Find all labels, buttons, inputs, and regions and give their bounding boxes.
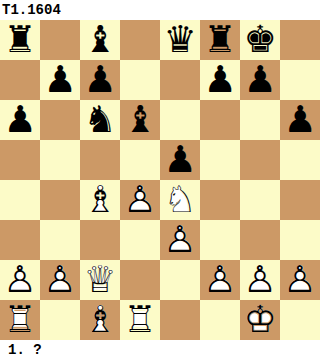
white-bishop-piece-fill: ♝	[80, 180, 120, 220]
square-a2[interactable]: ♟♙	[0, 260, 40, 300]
white-rook-piece: ♖	[120, 300, 160, 340]
square-d7[interactable]	[120, 60, 160, 100]
square-f2[interactable]: ♟♙	[200, 260, 240, 300]
square-g8[interactable]: ♚	[240, 20, 280, 60]
square-d5[interactable]	[120, 140, 160, 180]
white-queen-piece-fill: ♛	[80, 260, 120, 300]
white-pawn-piece-fill: ♟	[200, 260, 240, 300]
square-b2[interactable]: ♟♙	[40, 260, 80, 300]
white-pawn-piece: ♙	[200, 260, 240, 300]
square-h2[interactable]: ♟♙	[280, 260, 320, 300]
square-e1[interactable]	[160, 300, 200, 340]
square-f8[interactable]: ♜	[200, 20, 240, 60]
square-a4[interactable]	[0, 180, 40, 220]
black-rook-piece: ♜	[0, 20, 40, 60]
square-a3[interactable]	[0, 220, 40, 260]
square-b3[interactable]	[40, 220, 80, 260]
square-g6[interactable]	[240, 100, 280, 140]
square-e8[interactable]: ♛	[160, 20, 200, 60]
square-d1[interactable]: ♜♖	[120, 300, 160, 340]
square-e7[interactable]	[160, 60, 200, 100]
white-pawn-piece-fill: ♟	[0, 260, 40, 300]
white-rook-piece: ♖	[0, 300, 40, 340]
square-e3[interactable]: ♟♙	[160, 220, 200, 260]
black-pawn-piece: ♟	[0, 100, 40, 140]
white-pawn-piece: ♙	[160, 220, 200, 260]
white-king-piece: ♔	[240, 300, 280, 340]
white-pawn-piece: ♙	[120, 180, 160, 220]
black-pawn-piece: ♟	[40, 60, 80, 100]
white-pawn-piece-fill: ♟	[280, 260, 320, 300]
square-a6[interactable]: ♟	[0, 100, 40, 140]
square-c5[interactable]	[80, 140, 120, 180]
black-pawn-piece: ♟	[280, 100, 320, 140]
square-g5[interactable]	[240, 140, 280, 180]
square-b1[interactable]	[40, 300, 80, 340]
square-h8[interactable]	[280, 20, 320, 60]
white-pawn-piece: ♙	[40, 260, 80, 300]
white-pawn-piece-fill: ♟	[160, 220, 200, 260]
square-h3[interactable]	[280, 220, 320, 260]
square-b4[interactable]	[40, 180, 80, 220]
square-h5[interactable]	[280, 140, 320, 180]
black-king-piece: ♚	[240, 20, 280, 60]
square-c6[interactable]: ♞	[80, 100, 120, 140]
square-g1[interactable]: ♚♔	[240, 300, 280, 340]
square-d8[interactable]	[120, 20, 160, 60]
square-f7[interactable]: ♟	[200, 60, 240, 100]
square-f6[interactable]	[200, 100, 240, 140]
square-c1[interactable]: ♝♗	[80, 300, 120, 340]
square-e2[interactable]	[160, 260, 200, 300]
white-pawn-piece-fill: ♟	[240, 260, 280, 300]
white-pawn-piece: ♙	[280, 260, 320, 300]
white-bishop-piece-fill: ♝	[80, 300, 120, 340]
square-b8[interactable]	[40, 20, 80, 60]
square-d6[interactable]: ♝	[120, 100, 160, 140]
square-c2[interactable]: ♛♕	[80, 260, 120, 300]
black-knight-piece: ♞	[80, 100, 120, 140]
black-pawn-piece: ♟	[200, 60, 240, 100]
square-h1[interactable]	[280, 300, 320, 340]
square-f5[interactable]	[200, 140, 240, 180]
white-knight-piece: ♘	[160, 180, 200, 220]
black-pawn-piece: ♟	[240, 60, 280, 100]
square-e4[interactable]: ♞♘	[160, 180, 200, 220]
white-knight-piece-fill: ♞	[160, 180, 200, 220]
square-h4[interactable]	[280, 180, 320, 220]
status-bar: 1. ?	[0, 340, 320, 360]
position-title: T1.1604	[2, 2, 61, 18]
black-pawn-piece: ♟	[80, 60, 120, 100]
square-c3[interactable]	[80, 220, 120, 260]
white-pawn-piece: ♙	[0, 260, 40, 300]
square-f3[interactable]	[200, 220, 240, 260]
square-g2[interactable]: ♟♙	[240, 260, 280, 300]
black-bishop-piece: ♝	[80, 20, 120, 60]
square-a5[interactable]	[0, 140, 40, 180]
chess-board: ♜♝♛♜♚♟♟♟♟♟♞♝♟♟♝♗♟♙♞♘♟♙♟♙♟♙♛♕♟♙♟♙♟♙♜♖♝♗♜♖…	[0, 20, 320, 340]
square-d2[interactable]	[120, 260, 160, 300]
square-h7[interactable]	[280, 60, 320, 100]
square-h6[interactable]: ♟	[280, 100, 320, 140]
square-f4[interactable]	[200, 180, 240, 220]
square-g7[interactable]: ♟	[240, 60, 280, 100]
white-pawn-piece-fill: ♟	[120, 180, 160, 220]
square-c8[interactable]: ♝	[80, 20, 120, 60]
square-b7[interactable]: ♟	[40, 60, 80, 100]
square-c7[interactable]: ♟	[80, 60, 120, 100]
square-d3[interactable]	[120, 220, 160, 260]
square-d4[interactable]: ♟♙	[120, 180, 160, 220]
white-bishop-piece: ♗	[80, 180, 120, 220]
title-bar: T1.1604	[0, 0, 320, 20]
white-king-piece-fill: ♚	[240, 300, 280, 340]
square-g3[interactable]	[240, 220, 280, 260]
square-b6[interactable]	[40, 100, 80, 140]
square-e5[interactable]: ♟	[160, 140, 200, 180]
move-prompt: 1. ?	[8, 342, 42, 358]
black-bishop-piece: ♝	[120, 100, 160, 140]
black-queen-piece: ♛	[160, 20, 200, 60]
white-queen-piece: ♕	[80, 260, 120, 300]
white-bishop-piece: ♗	[80, 300, 120, 340]
white-rook-piece-fill: ♜	[0, 300, 40, 340]
white-rook-piece-fill: ♜	[120, 300, 160, 340]
black-rook-piece: ♜	[200, 20, 240, 60]
white-pawn-piece: ♙	[240, 260, 280, 300]
square-a8[interactable]: ♜	[0, 20, 40, 60]
square-b5[interactable]	[40, 140, 80, 180]
black-pawn-piece: ♟	[160, 140, 200, 180]
square-f1[interactable]	[200, 300, 240, 340]
white-pawn-piece-fill: ♟	[40, 260, 80, 300]
square-e6[interactable]	[160, 100, 200, 140]
square-a1[interactable]: ♜♖	[0, 300, 40, 340]
square-c4[interactable]: ♝♗	[80, 180, 120, 220]
square-a7[interactable]	[0, 60, 40, 100]
square-g4[interactable]	[240, 180, 280, 220]
